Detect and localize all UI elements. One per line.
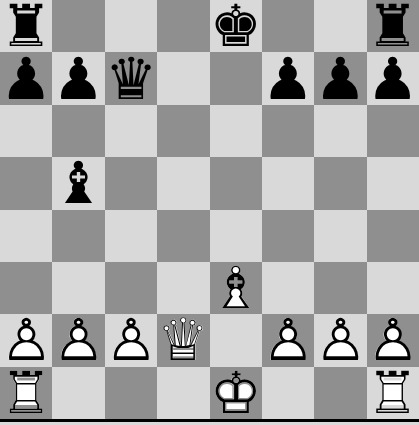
square-f8[interactable]	[262, 0, 314, 52]
square-c6[interactable]	[105, 105, 157, 157]
white-pawn-icon: ♟	[105, 314, 157, 366]
white-bishop-icon: ♝	[210, 262, 262, 314]
square-a3[interactable]	[0, 262, 52, 314]
square-g4[interactable]	[314, 210, 366, 262]
square-a6[interactable]	[0, 105, 52, 157]
square-h8[interactable]: ♜	[367, 0, 419, 52]
square-b6[interactable]	[52, 105, 104, 157]
white-pawn-piece[interactable]: ♟♙	[262, 314, 314, 366]
square-f7[interactable]: ♟	[262, 52, 314, 104]
square-d3[interactable]	[157, 262, 209, 314]
square-a7[interactable]: ♟	[0, 52, 52, 104]
white-rook-outline-icon: ♖	[367, 367, 419, 419]
square-g6[interactable]	[314, 105, 366, 157]
black-queen-piece[interactable]: ♛	[105, 52, 157, 104]
square-f5[interactable]	[262, 157, 314, 209]
black-rook-piece[interactable]: ♜	[367, 0, 419, 52]
square-h4[interactable]	[367, 210, 419, 262]
square-h6[interactable]	[367, 105, 419, 157]
square-c1[interactable]	[105, 367, 157, 419]
square-a4[interactable]	[0, 210, 52, 262]
square-e5[interactable]	[210, 157, 262, 209]
white-queen-icon: ♛	[157, 314, 209, 366]
white-rook-piece[interactable]: ♜♖	[0, 367, 52, 419]
white-pawn-outline-icon: ♙	[314, 314, 366, 366]
white-pawn-icon: ♟	[367, 314, 419, 366]
square-g7[interactable]: ♟	[314, 52, 366, 104]
white-pawn-outline-icon: ♙	[367, 314, 419, 366]
square-b5[interactable]: ♝	[52, 157, 104, 209]
white-pawn-piece[interactable]: ♟♙	[52, 314, 104, 366]
square-d7[interactable]	[157, 52, 209, 104]
white-pawn-icon: ♟	[52, 314, 104, 366]
white-queen-piece[interactable]: ♛♕	[157, 314, 209, 366]
black-pawn-icon: ♟	[52, 52, 104, 104]
white-pawn-piece[interactable]: ♟♙	[105, 314, 157, 366]
square-e6[interactable]	[210, 105, 262, 157]
square-e3[interactable]: ♝♗	[210, 262, 262, 314]
square-f4[interactable]	[262, 210, 314, 262]
square-e4[interactable]	[210, 210, 262, 262]
square-b8[interactable]	[52, 0, 104, 52]
square-e8[interactable]: ♚	[210, 0, 262, 52]
white-pawn-icon: ♟	[262, 314, 314, 366]
black-pawn-icon: ♟	[0, 52, 52, 104]
square-h1[interactable]: ♜♖	[367, 367, 419, 419]
white-pawn-icon: ♟	[0, 314, 52, 366]
black-queen-icon: ♛	[105, 52, 157, 104]
black-king-piece[interactable]: ♚	[210, 0, 262, 52]
white-pawn-piece[interactable]: ♟♙	[314, 314, 366, 366]
white-rook-piece[interactable]: ♜♖	[367, 367, 419, 419]
white-bishop-outline-icon: ♗	[210, 262, 262, 314]
square-b1[interactable]	[52, 367, 104, 419]
square-g3[interactable]	[314, 262, 366, 314]
square-a1[interactable]: ♜♖	[0, 367, 52, 419]
square-g8[interactable]	[314, 0, 366, 52]
square-c8[interactable]	[105, 0, 157, 52]
white-king-icon: ♚	[210, 367, 262, 419]
black-rook-icon: ♜	[367, 0, 419, 52]
square-f1[interactable]	[262, 367, 314, 419]
white-pawn-outline-icon: ♙	[52, 314, 104, 366]
black-bishop-piece[interactable]: ♝	[52, 157, 104, 209]
square-h2[interactable]: ♟♙	[367, 314, 419, 366]
black-pawn-piece[interactable]: ♟	[314, 52, 366, 104]
square-d8[interactable]	[157, 0, 209, 52]
black-pawn-icon: ♟	[314, 52, 366, 104]
white-pawn-outline-icon: ♙	[262, 314, 314, 366]
black-king-icon: ♚	[210, 0, 262, 52]
square-g5[interactable]	[314, 157, 366, 209]
square-e7[interactable]	[210, 52, 262, 104]
black-pawn-icon: ♟	[367, 52, 419, 104]
black-rook-icon: ♜	[0, 0, 52, 52]
black-rook-piece[interactable]: ♜	[0, 0, 52, 52]
black-bishop-icon: ♝	[52, 157, 104, 209]
black-pawn-piece[interactable]: ♟	[367, 52, 419, 104]
square-h5[interactable]	[367, 157, 419, 209]
white-pawn-piece[interactable]: ♟♙	[0, 314, 52, 366]
white-pawn-icon: ♟	[314, 314, 366, 366]
square-c2[interactable]: ♟♙	[105, 314, 157, 366]
white-king-piece[interactable]: ♚♔	[210, 367, 262, 419]
square-b3[interactable]	[52, 262, 104, 314]
white-pawn-outline-icon: ♙	[105, 314, 157, 366]
white-rook-icon: ♜	[0, 367, 52, 419]
white-king-outline-icon: ♔	[210, 367, 262, 419]
white-queen-outline-icon: ♕	[157, 314, 209, 366]
white-pawn-piece[interactable]: ♟♙	[367, 314, 419, 366]
square-d4[interactable]	[157, 210, 209, 262]
square-g1[interactable]	[314, 367, 366, 419]
black-pawn-piece[interactable]: ♟	[52, 52, 104, 104]
square-f3[interactable]	[262, 262, 314, 314]
square-d6[interactable]	[157, 105, 209, 157]
board-bottom-border	[0, 419, 419, 425]
square-b4[interactable]	[52, 210, 104, 262]
square-f6[interactable]	[262, 105, 314, 157]
square-b2[interactable]: ♟♙	[52, 314, 104, 366]
chess-board-frame: ♜♚♜♟♟♛♟♟♟♝♝♗♟♙♟♙♟♙♛♕♟♙♟♙♟♙♜♖♚♔♜♖	[0, 0, 419, 425]
square-g2[interactable]: ♟♙	[314, 314, 366, 366]
white-rook-icon: ♜	[367, 367, 419, 419]
square-c7[interactable]: ♛	[105, 52, 157, 104]
square-h7[interactable]: ♟	[367, 52, 419, 104]
square-e2[interactable]	[210, 314, 262, 366]
square-a5[interactable]	[0, 157, 52, 209]
square-a2[interactable]: ♟♙	[0, 314, 52, 366]
square-c4[interactable]	[105, 210, 157, 262]
white-pawn-outline-icon: ♙	[0, 314, 52, 366]
square-a8[interactable]: ♜	[0, 0, 52, 52]
square-h3[interactable]	[367, 262, 419, 314]
square-b7[interactable]: ♟	[52, 52, 104, 104]
square-c5[interactable]	[105, 157, 157, 209]
white-bishop-piece[interactable]: ♝♗	[210, 262, 262, 314]
square-e1[interactable]: ♚♔	[210, 367, 262, 419]
black-pawn-icon: ♟	[262, 52, 314, 104]
black-pawn-piece[interactable]: ♟	[262, 52, 314, 104]
square-c3[interactable]	[105, 262, 157, 314]
square-d5[interactable]	[157, 157, 209, 209]
square-d2[interactable]: ♛♕	[157, 314, 209, 366]
square-d1[interactable]	[157, 367, 209, 419]
white-rook-outline-icon: ♖	[0, 367, 52, 419]
chess-board: ♜♚♜♟♟♛♟♟♟♝♝♗♟♙♟♙♟♙♛♕♟♙♟♙♟♙♜♖♚♔♜♖	[0, 0, 419, 419]
square-f2[interactable]: ♟♙	[262, 314, 314, 366]
black-pawn-piece[interactable]: ♟	[0, 52, 52, 104]
